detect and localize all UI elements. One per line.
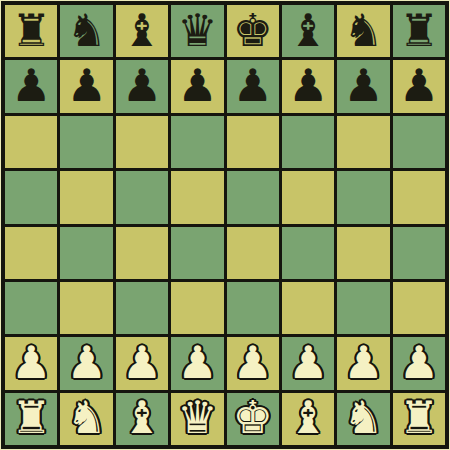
square-c1[interactable]: ♝ xyxy=(116,393,168,445)
piece-white-knight: ♞ xyxy=(343,395,383,440)
piece-black-pawn: ♟ xyxy=(343,63,383,108)
piece-black-rook: ♜ xyxy=(399,8,439,53)
square-e5[interactable] xyxy=(227,171,279,223)
square-a6[interactable] xyxy=(5,116,57,168)
piece-white-pawn: ♟ xyxy=(66,340,106,385)
square-f3[interactable] xyxy=(282,282,334,334)
piece-white-rook: ♜ xyxy=(11,395,51,440)
square-d1[interactable]: ♛ xyxy=(171,393,223,445)
piece-white-pawn: ♟ xyxy=(343,340,383,385)
square-f4[interactable] xyxy=(282,227,334,279)
square-f7[interactable]: ♟ xyxy=(282,60,334,112)
square-a7[interactable]: ♟ xyxy=(5,60,57,112)
square-d4[interactable] xyxy=(171,227,223,279)
square-e6[interactable] xyxy=(227,116,279,168)
piece-white-pawn: ♟ xyxy=(177,340,217,385)
chess-board: ♜♞♝♛♚♝♞♜♟♟♟♟♟♟♟♟♟♟♟♟♟♟♟♟♜♞♝♛♚♝♞♜ xyxy=(5,5,445,445)
piece-white-bishop: ♝ xyxy=(122,395,162,440)
square-c7[interactable]: ♟ xyxy=(116,60,168,112)
square-h1[interactable]: ♜ xyxy=(393,393,445,445)
piece-white-pawn: ♟ xyxy=(233,340,273,385)
square-c2[interactable]: ♟ xyxy=(116,337,168,389)
piece-white-pawn: ♟ xyxy=(11,340,51,385)
square-b7[interactable]: ♟ xyxy=(60,60,112,112)
square-e3[interactable] xyxy=(227,282,279,334)
square-e8[interactable]: ♚ xyxy=(227,5,279,57)
square-g2[interactable]: ♟ xyxy=(337,337,389,389)
piece-white-bishop: ♝ xyxy=(288,395,328,440)
square-c3[interactable] xyxy=(116,282,168,334)
square-c6[interactable] xyxy=(116,116,168,168)
piece-white-rook: ♜ xyxy=(399,395,439,440)
piece-black-pawn: ♟ xyxy=(399,63,439,108)
piece-black-pawn: ♟ xyxy=(66,63,106,108)
piece-black-queen: ♛ xyxy=(177,8,217,53)
square-f2[interactable]: ♟ xyxy=(282,337,334,389)
square-a2[interactable]: ♟ xyxy=(5,337,57,389)
piece-black-bishop: ♝ xyxy=(288,8,328,53)
square-g1[interactable]: ♞ xyxy=(337,393,389,445)
square-d8[interactable]: ♛ xyxy=(171,5,223,57)
square-a5[interactable] xyxy=(5,171,57,223)
piece-black-pawn: ♟ xyxy=(288,63,328,108)
square-c4[interactable] xyxy=(116,227,168,279)
square-d5[interactable] xyxy=(171,171,223,223)
square-g8[interactable]: ♞ xyxy=(337,5,389,57)
square-c8[interactable]: ♝ xyxy=(116,5,168,57)
square-h8[interactable]: ♜ xyxy=(393,5,445,57)
square-h2[interactable]: ♟ xyxy=(393,337,445,389)
piece-white-pawn: ♟ xyxy=(122,340,162,385)
piece-white-king: ♚ xyxy=(233,395,273,440)
piece-black-knight: ♞ xyxy=(66,8,106,53)
square-e2[interactable]: ♟ xyxy=(227,337,279,389)
piece-black-pawn: ♟ xyxy=(233,63,273,108)
square-h6[interactable] xyxy=(393,116,445,168)
piece-white-pawn: ♟ xyxy=(399,340,439,385)
square-e4[interactable] xyxy=(227,227,279,279)
square-h7[interactable]: ♟ xyxy=(393,60,445,112)
square-f6[interactable] xyxy=(282,116,334,168)
square-a4[interactable] xyxy=(5,227,57,279)
square-a3[interactable] xyxy=(5,282,57,334)
square-c5[interactable] xyxy=(116,171,168,223)
square-e7[interactable]: ♟ xyxy=(227,60,279,112)
piece-black-bishop: ♝ xyxy=(122,8,162,53)
square-a8[interactable]: ♜ xyxy=(5,5,57,57)
square-g7[interactable]: ♟ xyxy=(337,60,389,112)
square-b6[interactable] xyxy=(60,116,112,168)
piece-white-pawn: ♟ xyxy=(288,340,328,385)
square-d2[interactable]: ♟ xyxy=(171,337,223,389)
piece-white-queen: ♛ xyxy=(177,395,217,440)
square-g5[interactable] xyxy=(337,171,389,223)
square-g3[interactable] xyxy=(337,282,389,334)
square-e1[interactable]: ♚ xyxy=(227,393,279,445)
square-g6[interactable] xyxy=(337,116,389,168)
square-f5[interactable] xyxy=(282,171,334,223)
piece-black-knight: ♞ xyxy=(343,8,383,53)
square-f1[interactable]: ♝ xyxy=(282,393,334,445)
square-d7[interactable]: ♟ xyxy=(171,60,223,112)
piece-black-pawn: ♟ xyxy=(177,63,217,108)
piece-white-knight: ♞ xyxy=(66,395,106,440)
square-b3[interactable] xyxy=(60,282,112,334)
square-f8[interactable]: ♝ xyxy=(282,5,334,57)
square-b2[interactable]: ♟ xyxy=(60,337,112,389)
square-b5[interactable] xyxy=(60,171,112,223)
square-d6[interactable] xyxy=(171,116,223,168)
square-b8[interactable]: ♞ xyxy=(60,5,112,57)
piece-black-rook: ♜ xyxy=(11,8,51,53)
chess-board-frame: ♜♞♝♛♚♝♞♜♟♟♟♟♟♟♟♟♟♟♟♟♟♟♟♟♜♞♝♛♚♝♞♜ xyxy=(0,0,450,450)
square-g4[interactable] xyxy=(337,227,389,279)
square-b1[interactable]: ♞ xyxy=(60,393,112,445)
square-b4[interactable] xyxy=(60,227,112,279)
square-h5[interactable] xyxy=(393,171,445,223)
piece-black-king: ♚ xyxy=(233,8,273,53)
square-a1[interactable]: ♜ xyxy=(5,393,57,445)
piece-black-pawn: ♟ xyxy=(11,63,51,108)
square-h3[interactable] xyxy=(393,282,445,334)
square-d3[interactable] xyxy=(171,282,223,334)
square-h4[interactable] xyxy=(393,227,445,279)
piece-black-pawn: ♟ xyxy=(122,63,162,108)
